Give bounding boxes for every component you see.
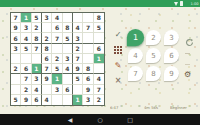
- settings-button[interactable]: ⚙: [184, 71, 191, 79]
- numpad-9-button[interactable]: 9: [164, 66, 179, 81]
- cell-r9c6[interactable]: [63, 95, 73, 105]
- check-icon: ✓: [115, 31, 122, 39]
- cell-r6c1[interactable]: 2: [11, 64, 21, 74]
- numpad-7-button[interactable]: 7: [128, 66, 143, 81]
- cell-r2c6[interactable]: 8: [63, 23, 73, 33]
- cell-r9c8[interactable]: 3: [83, 95, 93, 105]
- cell-r1c8[interactable]: [83, 13, 93, 23]
- cell-r4c1[interactable]: 3: [11, 44, 21, 54]
- cell-r5c1[interactable]: [11, 54, 21, 64]
- clock-text: 1:00: [190, 1, 198, 5]
- cell-r8c3[interactable]: 4: [32, 85, 42, 95]
- cell-r9c2[interactable]: 9: [21, 95, 31, 105]
- numpad-4-button[interactable]: 4: [128, 48, 143, 63]
- x-icon: ×: [115, 77, 122, 85]
- cell-r1c6[interactable]: [63, 13, 73, 23]
- cell-r6c6[interactable]: 4: [63, 64, 73, 74]
- cell-r8c1[interactable]: [11, 85, 21, 95]
- cell-r9c3[interactable]: 6: [32, 95, 42, 105]
- cell-r2c5[interactable]: 6: [52, 23, 62, 33]
- cell-r4c6[interactable]: [63, 44, 73, 54]
- numpad-8-button[interactable]: 8: [146, 66, 161, 81]
- home-button[interactable]: ○: [96, 117, 104, 123]
- cell-r2c4[interactable]: [42, 23, 52, 33]
- cell-r7c7[interactable]: 5: [73, 74, 83, 84]
- cell-r1c9[interactable]: 8: [94, 13, 104, 23]
- cell-r3c5[interactable]: 7: [52, 33, 62, 43]
- cell-r7c1[interactable]: [11, 74, 21, 84]
- numpad: 123456789: [128, 30, 179, 82]
- numpad-2-button[interactable]: 2: [146, 30, 161, 45]
- cell-r1c3[interactable]: 5: [32, 13, 42, 23]
- battery-icon: [180, 1, 183, 6]
- status-icons: 1:00: [174, 1, 198, 6]
- cell-r8c2[interactable]: 2: [21, 85, 31, 95]
- wifi-icon: [174, 2, 178, 6]
- cell-r8c7[interactable]: [73, 85, 83, 95]
- cell-r1c5[interactable]: 4: [52, 13, 62, 23]
- cell-r9c5[interactable]: [52, 95, 62, 105]
- cell-r8c8[interactable]: 9: [83, 85, 93, 95]
- cell-r7c5[interactable]: 1: [52, 74, 62, 84]
- cell-r5c2[interactable]: [21, 54, 31, 64]
- cell-r9c4[interactable]: 4: [42, 95, 52, 105]
- cell-r4c2[interactable]: 5: [21, 44, 31, 54]
- cell-r2c2[interactable]: 3: [21, 23, 31, 33]
- cell-r6c2[interactable]: 6: [21, 64, 31, 74]
- erase-button[interactable]: ×: [114, 77, 123, 86]
- cell-r2c1[interactable]: 9: [11, 23, 21, 33]
- numpad-6-button[interactable]: 6: [164, 48, 179, 63]
- cell-r3c6[interactable]: 5: [63, 33, 73, 43]
- cell-r8c4[interactable]: [42, 85, 52, 95]
- footer-left-label: 6:47: [110, 105, 118, 109]
- recents-button[interactable]: □: [126, 117, 134, 123]
- cell-r7c9[interactable]: 4: [94, 74, 104, 84]
- cell-r3c1[interactable]: 6: [11, 33, 21, 43]
- status-bar: 1:00: [0, 0, 200, 7]
- cell-r9c9[interactable]: 2: [94, 95, 104, 105]
- screen: 1:00 71534893268475648275335782662371261…: [0, 0, 200, 125]
- cell-r2c7[interactable]: 4: [73, 23, 83, 33]
- cell-r4c9[interactable]: 6: [94, 44, 104, 54]
- cell-r5c4[interactable]: 6: [42, 54, 52, 64]
- cell-r7c4[interactable]: 9: [42, 74, 52, 84]
- numpad-3-button[interactable]: 3: [164, 30, 179, 45]
- cell-r2c8[interactable]: 7: [83, 23, 93, 33]
- corner-notes-mode-button[interactable]: [114, 46, 123, 55]
- pencil-icon: ✎: [115, 62, 122, 70]
- cell-r5c7[interactable]: 7: [73, 54, 83, 64]
- footer-time-label: 4m 56s: [144, 105, 158, 109]
- back-button[interactable]: ◀: [66, 117, 74, 123]
- undo-button[interactable]: [185, 32, 194, 41]
- cell-r4c4[interactable]: 8: [42, 44, 52, 54]
- pencil-mode-button[interactable]: ✎: [114, 61, 123, 70]
- cell-r3c7[interactable]: 3: [73, 33, 83, 43]
- cell-r5c8[interactable]: [83, 54, 93, 64]
- cell-r5c9[interactable]: 1: [94, 54, 104, 64]
- cell-r6c7[interactable]: 9: [73, 64, 83, 74]
- cell-r7c2[interactable]: 7: [21, 74, 31, 84]
- confirm-mode-button[interactable]: ✓: [114, 30, 123, 39]
- footer-difficulty-label: Beginner: [170, 105, 187, 109]
- right-column: ⚙: [183, 32, 195, 82]
- tool-column: ✓ ✎ ×: [113, 30, 123, 86]
- cell-r7c8[interactable]: 6: [83, 74, 93, 84]
- cell-r6c3[interactable]: 1: [32, 64, 42, 74]
- cell-r8c6[interactable]: 6: [63, 85, 73, 95]
- cell-r1c1[interactable]: 7: [11, 13, 21, 23]
- cell-r1c4[interactable]: 3: [42, 13, 52, 23]
- dash-decoration: [185, 53, 190, 54]
- cell-r3c8[interactable]: [83, 33, 93, 43]
- cell-r5c5[interactable]: 2: [52, 54, 62, 64]
- cell-r3c4[interactable]: 2: [42, 33, 52, 43]
- numpad-5-button[interactable]: 5: [146, 48, 161, 63]
- sudoku-board: 7153489326847564827533578266237126175498…: [10, 12, 105, 106]
- cell-r7c6[interactable]: [63, 74, 73, 84]
- android-nav-bar: ◀ ○ □: [0, 114, 200, 125]
- cell-r4c3[interactable]: 7: [32, 44, 42, 54]
- cell-r1c7[interactable]: [73, 13, 83, 23]
- cell-r3c9[interactable]: [94, 33, 104, 43]
- gear-icon: ⚙: [184, 70, 191, 79]
- cell-r8c9[interactable]: 7: [94, 85, 104, 95]
- cell-r4c8[interactable]: [83, 44, 93, 54]
- cell-r2c9[interactable]: 5: [94, 23, 104, 33]
- cell-r3c3[interactable]: 8: [32, 33, 42, 43]
- undo-icon: [185, 38, 194, 47]
- cell-r7c3[interactable]: 3: [32, 74, 42, 84]
- cell-r2c3[interactable]: 2: [32, 23, 42, 33]
- grid-notes-icon: [114, 46, 121, 53]
- cell-r6c8[interactable]: 8: [83, 64, 93, 74]
- cell-r1c2[interactable]: 1: [21, 13, 31, 23]
- cell-r5c6[interactable]: 3: [63, 54, 73, 64]
- cell-r9c7[interactable]: 1: [73, 95, 83, 105]
- numpad-1-button[interactable]: 1: [127, 29, 144, 46]
- cell-r6c9[interactable]: [94, 64, 104, 74]
- cell-r9c1[interactable]: 5: [11, 95, 21, 105]
- cell-r6c5[interactable]: 5: [52, 64, 62, 74]
- cell-r4c5[interactable]: [52, 44, 62, 54]
- cell-r4c7[interactable]: 2: [73, 44, 83, 54]
- cell-r5c3[interactable]: [32, 54, 42, 64]
- cell-r6c4[interactable]: 7: [42, 64, 52, 74]
- dash-decoration: [185, 64, 190, 65]
- cell-r3c2[interactable]: 4: [21, 33, 31, 43]
- cell-r8c5[interactable]: 3: [52, 85, 62, 95]
